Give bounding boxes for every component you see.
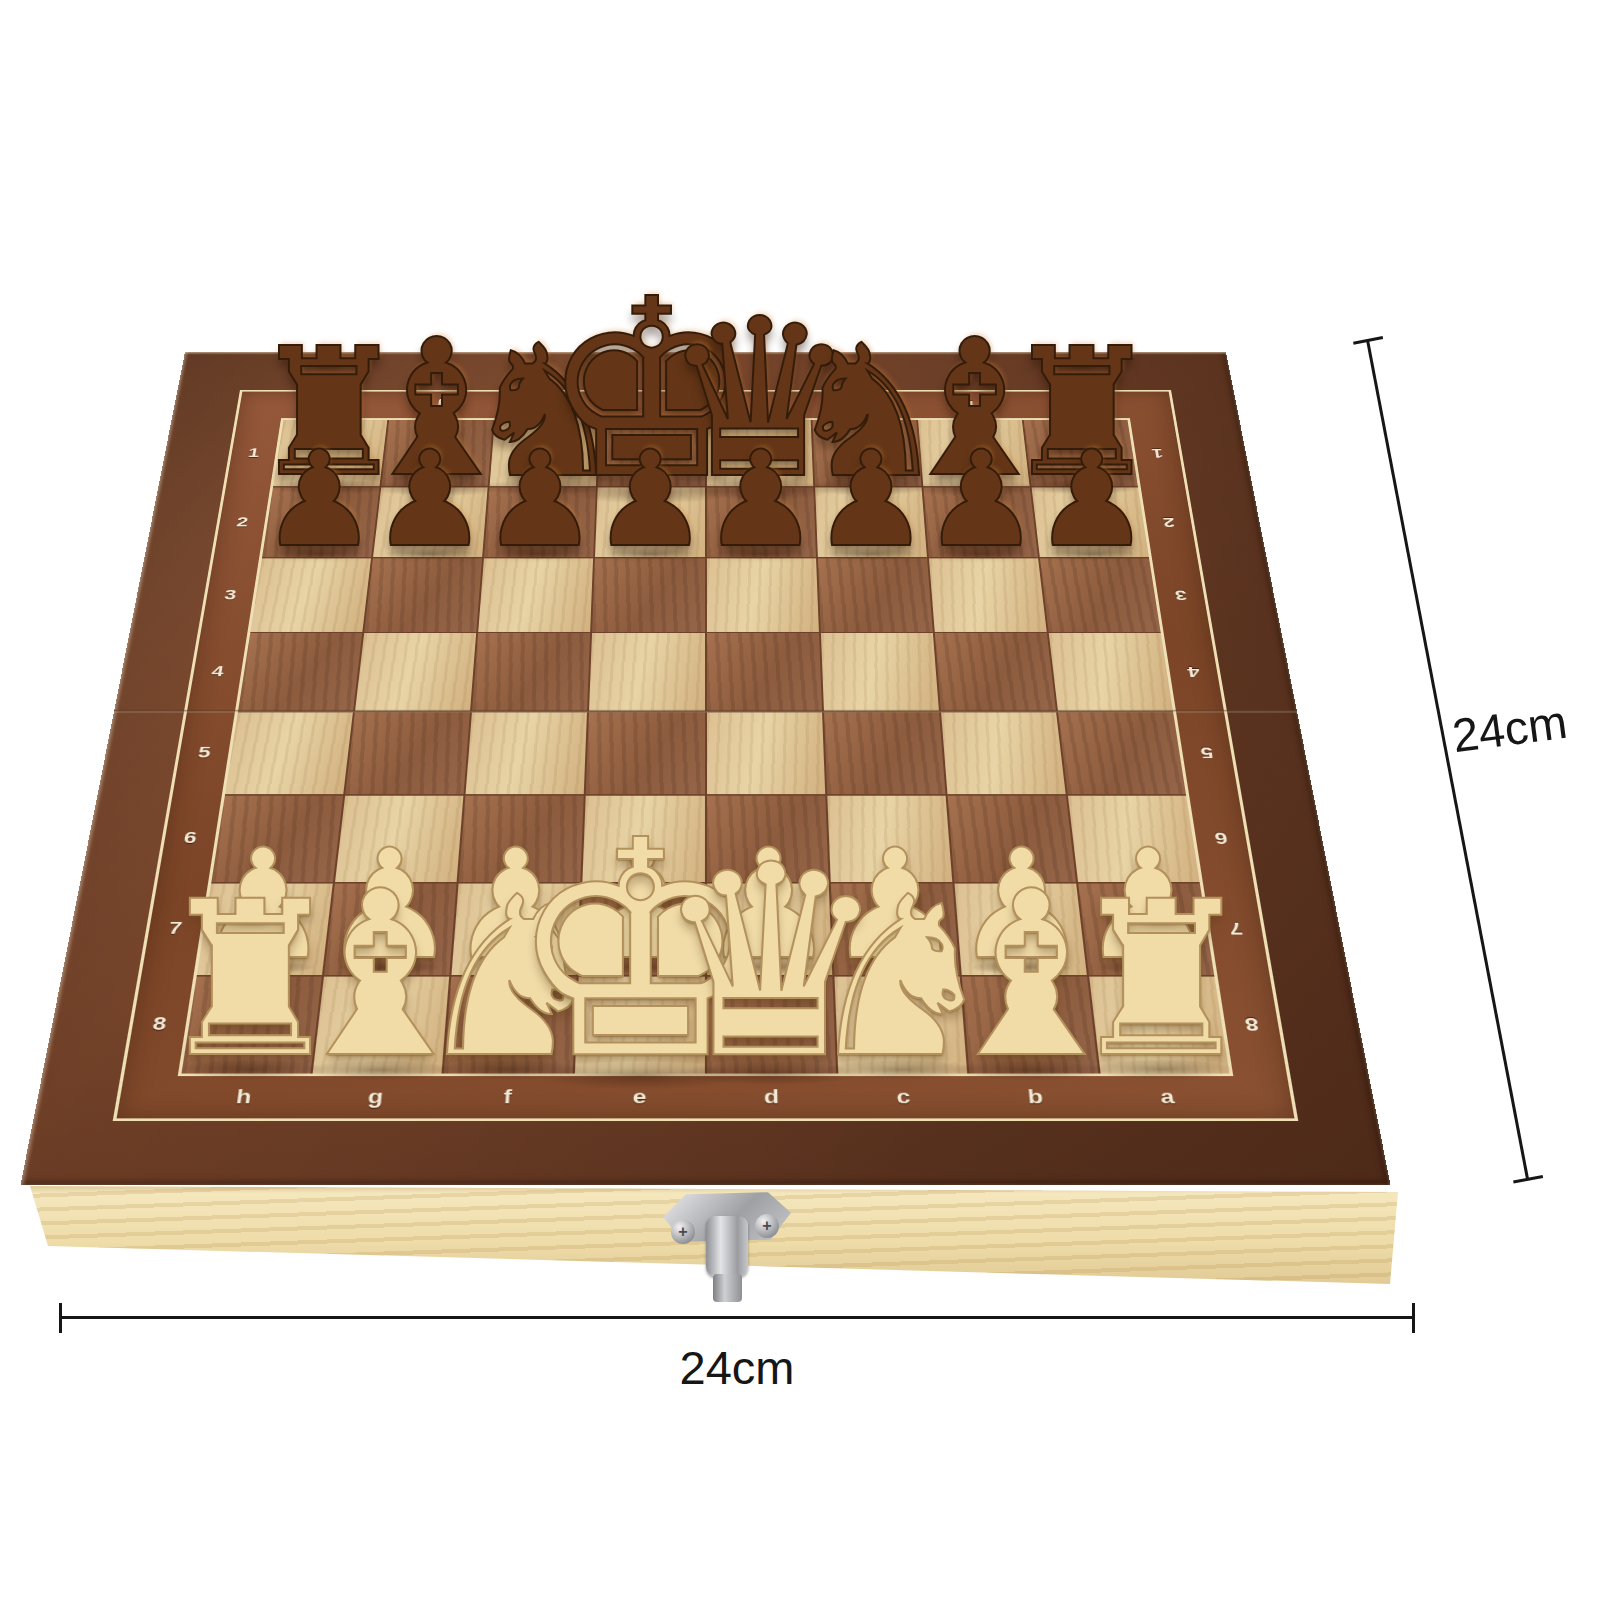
rank-label-right-7: 7 [1208,917,1263,939]
rank-label-left-1: 1 [230,445,277,461]
square-d2 [706,488,815,558]
square-c4 [821,633,939,710]
dimension-label-width: 24cm [637,1340,837,1395]
file-label-top-e: e [631,397,674,413]
clasp-knob-icon [706,1216,748,1276]
square-d8 [707,976,836,1073]
rank-label-left-4: 4 [192,662,242,681]
square-a3 [1040,559,1161,632]
square-h2 [262,488,379,558]
square-f3 [478,559,593,632]
square-f5 [466,712,588,794]
square-h7 [197,883,333,974]
file-label-bottom-a: a [1139,1085,1197,1110]
square-h3 [250,559,371,632]
file-label-bottom-f: f [480,1085,536,1110]
rank-label-right-8: 8 [1223,1012,1280,1036]
square-e8 [575,976,704,1073]
square-b3 [929,559,1047,632]
dimension-label-height: 24cm [1449,688,1600,763]
square-g2 [373,488,488,558]
rank-label-left-2: 2 [218,514,266,531]
square-d5 [707,712,825,794]
rank-label-right-3: 3 [1156,586,1205,604]
rank-label-left-3: 3 [206,586,255,604]
square-b4 [935,633,1056,710]
square-e7 [579,883,704,974]
product-photo-scene: 11hh22gg33ff44ee55dd66cc77bb88aa ♜♝♞♚♛♞♝… [0,0,1600,1600]
square-e4 [589,633,704,710]
square-h4 [238,633,362,710]
square-a8 [1089,976,1229,1073]
file-label-top-d: d [736,397,779,413]
square-f2 [484,488,596,558]
square-d1 [706,420,812,486]
rank-label-right-6: 6 [1194,827,1247,848]
rank-label-left-5: 5 [178,743,230,763]
square-e2 [595,488,704,558]
square-c2 [815,488,927,558]
square-f4 [472,633,590,710]
rank-label-left-8: 8 [131,1012,188,1036]
file-label-bottom-g: g [347,1085,404,1110]
square-c8 [834,976,967,1073]
square-g6 [335,795,463,881]
chess-board: 11hh22gg33ff44ee55dd66cc77bb88aa [21,352,1391,1185]
square-g5 [345,712,470,794]
dimension-line-width [59,1316,1415,1319]
square-h1 [273,420,387,486]
square-h5 [225,712,353,794]
file-label-bottom-c: c [876,1085,932,1110]
square-b8 [962,976,1099,1073]
square-a1 [1024,420,1138,486]
screw-right-icon: + [755,1214,779,1238]
square-d3 [706,559,818,632]
square-b6 [947,795,1075,881]
file-label-top-h: h [316,397,361,413]
square-f6 [459,795,584,881]
file-label-bottom-e: e [612,1085,667,1110]
square-a7 [1078,883,1214,974]
dimension-line-height [1366,340,1529,1180]
square-e5 [586,712,704,794]
file-label-top-c: c [841,397,885,413]
rank-label-left-7: 7 [148,917,203,939]
square-h6 [211,795,343,881]
file-label-top-b: b [946,397,991,413]
square-e3 [592,559,704,632]
rank-label-left-6: 6 [163,827,216,848]
file-label-bottom-h: h [215,1085,273,1110]
square-h8 [181,976,321,1073]
screw-left-icon: + [671,1220,695,1244]
square-g8 [313,976,450,1073]
file-label-top-a: a [1050,397,1095,413]
square-g3 [364,559,482,632]
squares-grid [178,418,1234,1076]
square-c1 [812,420,921,486]
square-c6 [827,795,952,881]
square-c5 [824,712,946,794]
square-f8 [444,976,577,1073]
square-e6 [583,795,705,881]
square-e1 [598,420,704,486]
file-label-top-f: f [526,397,570,413]
square-g1 [381,420,493,486]
square-a2 [1032,488,1149,558]
file-label-bottom-b: b [1007,1085,1064,1110]
square-d7 [707,883,832,974]
clasp-tongue-icon [713,1274,742,1302]
square-a4 [1049,633,1173,710]
rank-label-right-1: 1 [1134,445,1181,461]
square-g7 [324,883,456,974]
square-d4 [706,633,821,710]
rank-label-right-4: 4 [1168,662,1218,681]
rank-label-right-5: 5 [1181,743,1233,763]
fold-seam [114,710,1297,713]
square-a6 [1068,795,1200,881]
square-b7 [954,883,1086,974]
square-f7 [452,883,581,974]
file-label-top-g: g [421,397,466,413]
square-b1 [918,420,1030,486]
square-a5 [1058,712,1186,794]
square-f1 [490,420,599,486]
square-g4 [355,633,476,710]
file-label-bottom-d: d [744,1085,799,1110]
square-d6 [707,795,829,881]
rank-label-right-2: 2 [1145,514,1193,531]
square-c3 [818,559,933,632]
square-c7 [830,883,959,974]
square-b5 [941,712,1066,794]
square-b2 [923,488,1038,558]
